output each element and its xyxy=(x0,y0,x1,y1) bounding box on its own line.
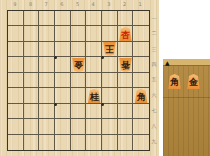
hand-pieces: 角金 xyxy=(163,74,210,92)
komadai-rim xyxy=(163,59,210,66)
rank-label: 八 xyxy=(150,118,158,133)
pieces-layer: 杏王金香桂角 xyxy=(8,11,149,150)
piece-glyph: 角 xyxy=(135,89,148,104)
hand-piece-gold[interactable]: 金 xyxy=(187,74,200,89)
piece-glyph: 杏 xyxy=(119,27,132,42)
rank-label: 三 xyxy=(150,41,158,56)
file-label: 7 xyxy=(38,1,54,8)
piece-gote-king[interactable]: 王 xyxy=(103,42,116,57)
rank-label: 六 xyxy=(150,87,158,102)
file-label: 6 xyxy=(54,1,70,8)
piece-gote-lance[interactable]: 香 xyxy=(119,58,132,73)
file-label: 4 xyxy=(85,1,101,8)
sente-marker: ▲ xyxy=(165,59,170,66)
piece-glyph: 角 xyxy=(168,75,181,90)
rank-label: 四 xyxy=(150,56,158,71)
piece-glyph: 香 xyxy=(119,57,132,72)
file-label: 5 xyxy=(70,1,86,8)
piece-glyph: 桂 xyxy=(88,89,101,104)
komadai-edge-line xyxy=(163,97,210,98)
rank-label: 二 xyxy=(150,25,158,40)
piece-glyph: 金 xyxy=(187,75,200,90)
file-labels: 987654321 xyxy=(7,1,148,8)
komadai-hand-stand: ▲ 角金 xyxy=(163,59,210,156)
rank-label: 五 xyxy=(150,72,158,87)
piece-sente-bishop[interactable]: 角 xyxy=(135,89,148,104)
rank-labels: 一二三四五六七八九 xyxy=(150,10,158,149)
piece-sente-promoted-lance[interactable]: 杏 xyxy=(119,27,132,42)
piece-glyph: 王 xyxy=(103,42,116,57)
file-label: 1 xyxy=(132,1,148,8)
piece-glyph: 金 xyxy=(72,57,85,72)
file-label: 2 xyxy=(117,1,133,8)
piece-gote-gold[interactable]: 金 xyxy=(72,58,85,73)
rank-label: 九 xyxy=(150,134,158,149)
rank-label: 一 xyxy=(150,10,158,25)
file-label: 9 xyxy=(7,1,23,8)
hand-piece-bishop[interactable]: 角 xyxy=(168,74,181,89)
piece-sente-knight[interactable]: 桂 xyxy=(88,89,101,104)
shogi-board: 杏王金香桂角 xyxy=(7,10,150,151)
file-label: 3 xyxy=(101,1,117,8)
rank-label: 七 xyxy=(150,103,158,118)
file-label: 8 xyxy=(23,1,39,8)
board-panel: 987654321 一二三四五六七八九 杏王金香桂角 xyxy=(0,0,159,156)
